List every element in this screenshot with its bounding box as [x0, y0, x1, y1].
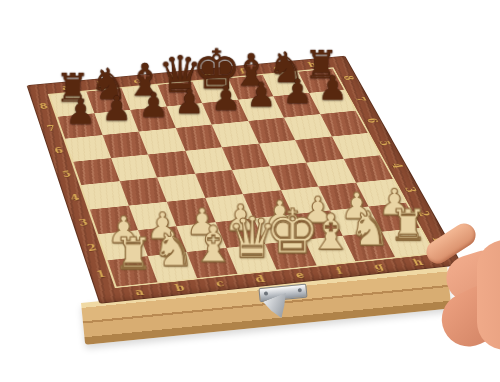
- photo-stage: abcdefgh abcdefgh 87654321 87654321 ♜♞♝♛…: [0, 0, 500, 382]
- file-label-a: a: [117, 282, 163, 301]
- file-label-e: e: [277, 265, 323, 284]
- rank-label-6: 6: [350, 113, 392, 128]
- rank-label-7: 7: [338, 92, 380, 107]
- palm: [477, 240, 500, 350]
- file-label-b: b: [157, 278, 203, 297]
- file-label-f: f: [316, 261, 362, 280]
- rank-label-8: 8: [327, 71, 368, 86]
- board-scene: abcdefgh abcdefgh 87654321 87654321 ♜♞♝♛…: [57, 0, 407, 345]
- file-label-c: c: [197, 274, 243, 293]
- file-label-d: d: [237, 270, 283, 289]
- chess-board: abcdefgh abcdefgh 87654321 87654321 ♜♞♝♛…: [27, 56, 463, 304]
- rank-label-5: 5: [362, 135, 405, 151]
- rank-label-6: 6: [45, 139, 73, 164]
